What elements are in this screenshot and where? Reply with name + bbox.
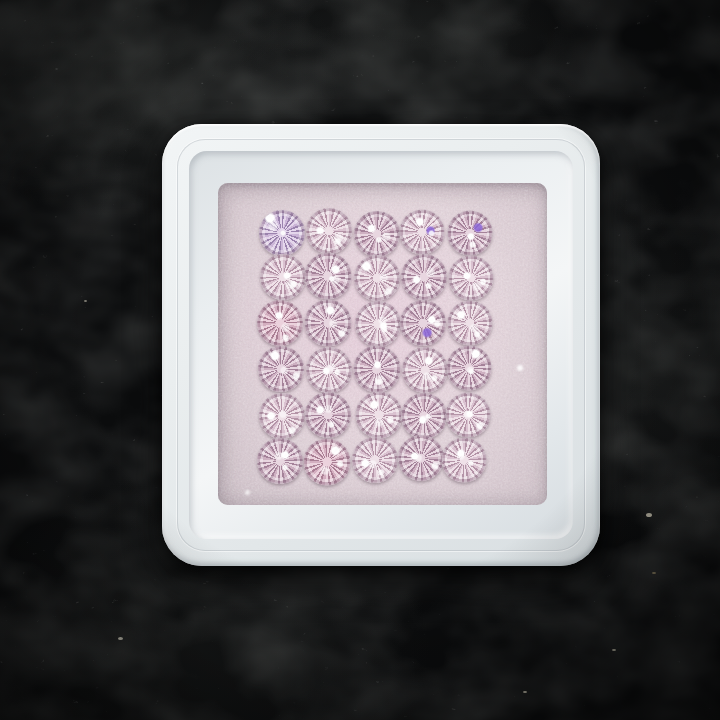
gem: [354, 211, 400, 257]
gem-box: [162, 124, 600, 566]
gem: [305, 253, 352, 300]
gem: [305, 392, 351, 438]
gem: [402, 347, 448, 393]
gem: [259, 393, 305, 439]
gem: [306, 347, 352, 393]
lint-speck: [612, 649, 616, 651]
gem: [354, 255, 400, 301]
photo-stage: [0, 0, 720, 720]
gem: [401, 393, 447, 439]
lint-speck: [652, 572, 656, 574]
gem: [448, 211, 493, 256]
foam-tray: [218, 183, 547, 505]
gem: [401, 254, 447, 300]
gem: [260, 254, 306, 300]
lint-speck: [646, 513, 652, 517]
gem: [400, 300, 446, 346]
gem: [446, 393, 491, 438]
lint-speck: [523, 691, 527, 693]
lint-speck: [118, 637, 123, 640]
gem: [305, 300, 352, 347]
lint-speck: [84, 300, 87, 302]
gem: [449, 256, 494, 301]
gem: [259, 210, 305, 256]
gem: [442, 438, 487, 483]
gem: [354, 346, 401, 393]
gem: [257, 438, 303, 484]
gem: [258, 346, 304, 392]
gem: [398, 435, 444, 481]
gem: [400, 210, 445, 255]
gem-grid: [218, 183, 547, 505]
gem: [355, 301, 401, 347]
gem: [356, 392, 403, 439]
gem: [257, 300, 303, 346]
gem: [352, 437, 398, 483]
gem: [304, 439, 351, 486]
gem: [306, 208, 352, 254]
gem: [447, 346, 492, 391]
gem: [448, 301, 493, 346]
